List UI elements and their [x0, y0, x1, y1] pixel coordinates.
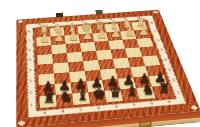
border-diamond-ornament	[191, 105, 199, 111]
light-pawn-piece[interactable]: ♟	[94, 28, 109, 41]
light-pawn-piece[interactable]: ♟	[79, 29, 94, 42]
border-diamond-ornament	[17, 20, 23, 24]
border-diamond-ornament	[17, 120, 25, 126]
coord-label: 3	[29, 80, 32, 83]
dark-rook-piece[interactable]: ♜	[155, 81, 172, 96]
board-square[interactable]	[37, 45, 52, 55]
board-square[interactable]	[67, 52, 83, 63]
board-square[interactable]	[51, 44, 67, 54]
board-square[interactable]: ♞	[56, 94, 74, 107]
board-square[interactable]	[113, 58, 130, 69]
coord-label: 4	[29, 69, 32, 72]
board-face: ABCDEFGH ABCDEFGH 87654321 87654321 ♜♞♝♚…	[16, 10, 200, 127]
board-square[interactable]: ♟	[51, 35, 66, 45]
border-diamond-ornament	[153, 11, 159, 14]
light-pawn-piece[interactable]: ♟	[51, 31, 66, 44]
coord-label: 6	[28, 49, 31, 52]
light-pawn-piece[interactable]: ♟	[108, 27, 123, 40]
board-square[interactable]: ♟	[79, 33, 95, 43]
dark-rook-piece[interactable]: ♜	[39, 91, 57, 107]
dark-knight-piece[interactable]: ♞	[56, 89, 74, 105]
board-square[interactable]	[98, 59, 115, 70]
board-square[interactable]	[111, 49, 128, 59]
board-square[interactable]: ♝	[72, 92, 90, 105]
hinge-icon	[55, 12, 62, 17]
light-pawn-piece[interactable]: ♟	[36, 32, 51, 45]
board-square[interactable]: ♟	[65, 34, 80, 44]
board-square[interactable]: ♜	[39, 95, 56, 108]
dark-knight-piece[interactable]: ♞	[139, 83, 157, 98]
dark-bishop-piece[interactable]: ♝	[73, 88, 91, 104]
coord-label: 8	[28, 31, 31, 34]
dark-bishop-piece[interactable]: ♝	[122, 84, 140, 99]
dark-queen-piece[interactable]: ♛	[106, 85, 124, 100]
light-pawn-piece[interactable]: ♟	[65, 30, 80, 43]
light-pawn-piece[interactable]: ♟	[136, 24, 151, 37]
light-pawn-piece[interactable]: ♟	[122, 25, 137, 38]
coord-label: 2	[30, 91, 33, 95]
clasp-latch-icon	[139, 121, 152, 127]
board-square[interactable]: ♟	[36, 36, 51, 46]
chess-board-box: ABCDEFGH ABCDEFGH 87654321 87654321 ♜♞♝♚…	[16, 10, 200, 127]
chess-set-photo: ABCDEFGH ABCDEFGH 87654321 87654321 ♜♞♝♚…	[0, 0, 200, 127]
hinge-icon	[96, 10, 103, 15]
dark-king-piece[interactable]: ♚	[90, 87, 108, 103]
coord-label: 1	[30, 104, 33, 108]
